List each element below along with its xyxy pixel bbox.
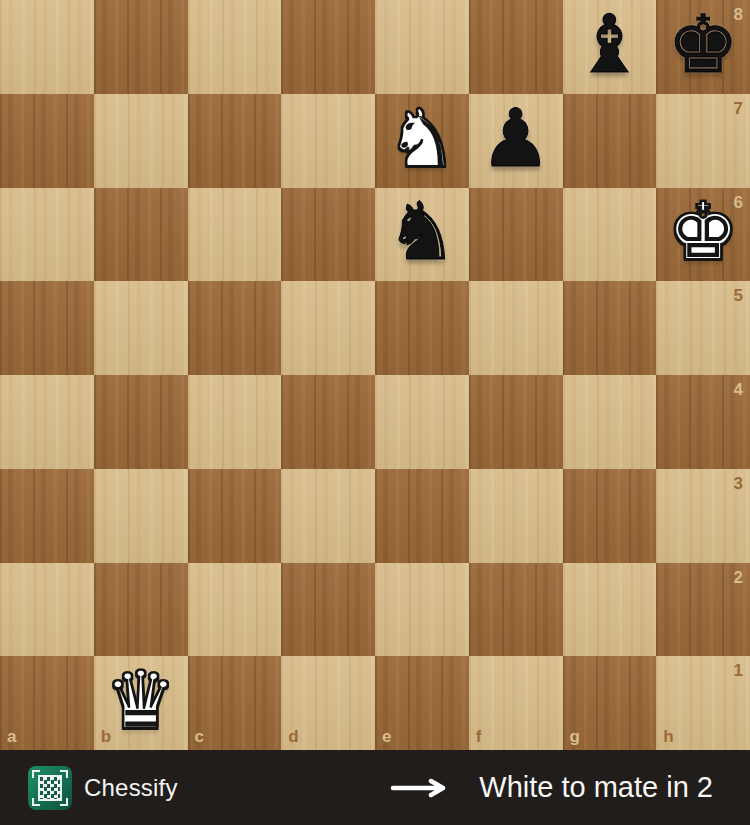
- square-b3[interactable]: [94, 469, 188, 563]
- square-b2[interactable]: [94, 563, 188, 657]
- square-b1[interactable]: b♛: [94, 656, 188, 750]
- square-a5[interactable]: [0, 281, 94, 375]
- square-b5[interactable]: [94, 281, 188, 375]
- puzzle-caption-group: White to mate in 2: [390, 771, 713, 804]
- black-pawn[interactable]: ♟: [480, 99, 552, 179]
- square-g5[interactable]: [563, 281, 657, 375]
- brand: Chessify: [28, 766, 178, 810]
- file-label-c: c: [195, 728, 204, 745]
- square-h4[interactable]: 4: [656, 375, 750, 469]
- square-d8[interactable]: [281, 0, 375, 94]
- file-label-e: e: [382, 728, 391, 745]
- square-d6[interactable]: [281, 188, 375, 282]
- square-c6[interactable]: [188, 188, 282, 282]
- square-e4[interactable]: [375, 375, 469, 469]
- file-label-d: d: [288, 728, 298, 745]
- white-knight[interactable]: ♞: [386, 99, 458, 179]
- rank-label-3: 3: [734, 475, 743, 492]
- square-h6[interactable]: 6♚: [656, 188, 750, 282]
- square-f6[interactable]: [469, 188, 563, 282]
- square-g6[interactable]: [563, 188, 657, 282]
- square-d1[interactable]: d: [281, 656, 375, 750]
- square-b8[interactable]: [94, 0, 188, 94]
- square-h3[interactable]: 3: [656, 469, 750, 563]
- square-c7[interactable]: [188, 94, 282, 188]
- footer-bar: Chessify White to mate in 2: [0, 750, 750, 825]
- white-queen[interactable]: ♛: [105, 661, 177, 741]
- square-c2[interactable]: [188, 563, 282, 657]
- square-e5[interactable]: [375, 281, 469, 375]
- square-h8[interactable]: 8♚: [656, 0, 750, 94]
- square-c5[interactable]: [188, 281, 282, 375]
- black-king[interactable]: ♚: [667, 5, 739, 85]
- square-e3[interactable]: [375, 469, 469, 563]
- square-e1[interactable]: e: [375, 656, 469, 750]
- logo-checkerboard: [38, 775, 62, 801]
- rank-label-4: 4: [734, 381, 743, 398]
- square-f8[interactable]: [469, 0, 563, 94]
- square-e6[interactable]: ♞: [375, 188, 469, 282]
- square-f5[interactable]: [469, 281, 563, 375]
- rank-label-2: 2: [734, 569, 743, 586]
- square-a3[interactable]: [0, 469, 94, 563]
- square-d7[interactable]: [281, 94, 375, 188]
- chessify-puzzle-app: ♝8♚♞♟7♞6♚5432ab♛cdefg1h Chessify White t…: [0, 0, 750, 825]
- rank-label-7: 7: [734, 100, 743, 117]
- square-a7[interactable]: [0, 94, 94, 188]
- square-e8[interactable]: [375, 0, 469, 94]
- brand-name: Chessify: [84, 774, 178, 802]
- square-h5[interactable]: 5: [656, 281, 750, 375]
- file-label-f: f: [476, 728, 482, 745]
- right-arrow-icon: [390, 778, 452, 798]
- square-d4[interactable]: [281, 375, 375, 469]
- square-f4[interactable]: [469, 375, 563, 469]
- square-c1[interactable]: c: [188, 656, 282, 750]
- rank-label-1: 1: [734, 662, 743, 679]
- chessify-logo-icon: [28, 766, 72, 810]
- file-label-g: g: [570, 728, 580, 745]
- square-h1[interactable]: 1h: [656, 656, 750, 750]
- file-label-h: h: [663, 728, 673, 745]
- square-g2[interactable]: [563, 563, 657, 657]
- square-e2[interactable]: [375, 563, 469, 657]
- square-d2[interactable]: [281, 563, 375, 657]
- square-a4[interactable]: [0, 375, 94, 469]
- square-g4[interactable]: [563, 375, 657, 469]
- square-e7[interactable]: ♞: [375, 94, 469, 188]
- chess-board[interactable]: ♝8♚♞♟7♞6♚5432ab♛cdefg1h: [0, 0, 750, 750]
- square-f2[interactable]: [469, 563, 563, 657]
- white-king[interactable]: ♚: [667, 192, 739, 272]
- puzzle-caption: White to mate in 2: [479, 771, 713, 804]
- square-d5[interactable]: [281, 281, 375, 375]
- square-a8[interactable]: [0, 0, 94, 94]
- square-g8[interactable]: ♝: [563, 0, 657, 94]
- black-bishop[interactable]: ♝: [574, 5, 646, 85]
- square-c8[interactable]: [188, 0, 282, 94]
- square-c4[interactable]: [188, 375, 282, 469]
- square-a2[interactable]: [0, 563, 94, 657]
- square-g3[interactable]: [563, 469, 657, 563]
- square-g1[interactable]: g: [563, 656, 657, 750]
- square-c3[interactable]: [188, 469, 282, 563]
- square-b6[interactable]: [94, 188, 188, 282]
- square-g7[interactable]: [563, 94, 657, 188]
- square-a1[interactable]: a: [0, 656, 94, 750]
- square-a6[interactable]: [0, 188, 94, 282]
- square-d3[interactable]: [281, 469, 375, 563]
- square-b7[interactable]: [94, 94, 188, 188]
- square-f1[interactable]: f: [469, 656, 563, 750]
- rank-label-5: 5: [734, 287, 743, 304]
- black-knight[interactable]: ♞: [386, 192, 458, 272]
- square-f3[interactable]: [469, 469, 563, 563]
- square-b4[interactable]: [94, 375, 188, 469]
- file-label-a: a: [7, 728, 16, 745]
- square-h7[interactable]: 7: [656, 94, 750, 188]
- square-f7[interactable]: ♟: [469, 94, 563, 188]
- square-h2[interactable]: 2: [656, 563, 750, 657]
